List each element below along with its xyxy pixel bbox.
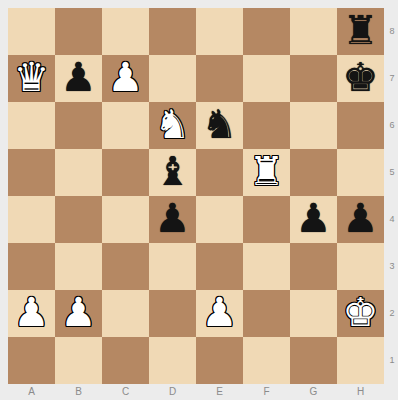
square-f6[interactable] xyxy=(243,102,290,149)
piece-black-rook[interactable]: ♜ xyxy=(337,8,384,55)
file-label-d: D xyxy=(149,385,196,399)
piece-white-pawn[interactable]: ♟ xyxy=(8,290,55,337)
square-c3[interactable] xyxy=(102,243,149,290)
piece-black-pawn[interactable]: ♟ xyxy=(337,196,384,243)
square-a5[interactable] xyxy=(8,149,55,196)
rank-label-3: 3 xyxy=(386,243,398,290)
square-h2[interactable]: ♚ xyxy=(337,290,384,337)
square-c8[interactable] xyxy=(102,8,149,55)
rank-label-1: 1 xyxy=(386,337,398,384)
square-a2[interactable]: ♟ xyxy=(8,290,55,337)
square-g3[interactable] xyxy=(290,243,337,290)
piece-black-pawn[interactable]: ♟ xyxy=(290,196,337,243)
square-g8[interactable] xyxy=(290,8,337,55)
rank-label-5: 5 xyxy=(386,149,398,196)
square-b7[interactable]: ♟ xyxy=(55,55,102,102)
square-b4[interactable] xyxy=(55,196,102,243)
piece-white-rook[interactable]: ♜ xyxy=(243,149,290,196)
square-d1[interactable] xyxy=(149,337,196,384)
square-h5[interactable] xyxy=(337,149,384,196)
square-a6[interactable] xyxy=(8,102,55,149)
square-c4[interactable] xyxy=(102,196,149,243)
rank-label-6: 6 xyxy=(386,102,398,149)
square-a7[interactable]: ♛ xyxy=(8,55,55,102)
file-label-c: C xyxy=(102,385,149,399)
square-d3[interactable] xyxy=(149,243,196,290)
square-a3[interactable] xyxy=(8,243,55,290)
square-g5[interactable] xyxy=(290,149,337,196)
file-label-e: E xyxy=(196,385,243,399)
square-f5[interactable]: ♜ xyxy=(243,149,290,196)
square-d6[interactable]: ♞ xyxy=(149,102,196,149)
square-h3[interactable] xyxy=(337,243,384,290)
square-f7[interactable] xyxy=(243,55,290,102)
piece-black-pawn[interactable]: ♟ xyxy=(149,196,196,243)
square-e4[interactable] xyxy=(196,196,243,243)
square-c6[interactable] xyxy=(102,102,149,149)
square-g4[interactable]: ♟ xyxy=(290,196,337,243)
piece-black-knight[interactable]: ♞ xyxy=(196,102,243,149)
square-d4[interactable]: ♟ xyxy=(149,196,196,243)
square-h4[interactable]: ♟ xyxy=(337,196,384,243)
square-g7[interactable] xyxy=(290,55,337,102)
chess-board: ♜♛♟♟♚♞♞♝♜♟♟♟♟♟♟♚ xyxy=(8,8,384,384)
square-b5[interactable] xyxy=(55,149,102,196)
square-b3[interactable] xyxy=(55,243,102,290)
piece-white-pawn[interactable]: ♟ xyxy=(55,290,102,337)
square-d5[interactable]: ♝ xyxy=(149,149,196,196)
square-e8[interactable] xyxy=(196,8,243,55)
piece-white-pawn[interactable]: ♟ xyxy=(196,290,243,337)
rank-label-7: 7 xyxy=(386,55,398,102)
square-f1[interactable] xyxy=(243,337,290,384)
square-h1[interactable] xyxy=(337,337,384,384)
square-e7[interactable] xyxy=(196,55,243,102)
square-f3[interactable] xyxy=(243,243,290,290)
square-g1[interactable] xyxy=(290,337,337,384)
square-a8[interactable] xyxy=(8,8,55,55)
piece-black-king[interactable]: ♚ xyxy=(337,55,384,102)
square-b2[interactable]: ♟ xyxy=(55,290,102,337)
piece-white-queen[interactable]: ♛ xyxy=(8,55,55,102)
file-label-h: H xyxy=(337,385,384,399)
square-e5[interactable] xyxy=(196,149,243,196)
square-h8[interactable]: ♜ xyxy=(337,8,384,55)
rank-label-8: 8 xyxy=(386,8,398,55)
square-f2[interactable] xyxy=(243,290,290,337)
square-d2[interactable] xyxy=(149,290,196,337)
square-c1[interactable] xyxy=(102,337,149,384)
square-a1[interactable] xyxy=(8,337,55,384)
square-c2[interactable] xyxy=(102,290,149,337)
square-b6[interactable] xyxy=(55,102,102,149)
piece-white-knight[interactable]: ♞ xyxy=(149,102,196,149)
square-g6[interactable] xyxy=(290,102,337,149)
square-c5[interactable] xyxy=(102,149,149,196)
square-b8[interactable] xyxy=(55,8,102,55)
square-f4[interactable] xyxy=(243,196,290,243)
rank-label-2: 2 xyxy=(386,290,398,337)
square-a4[interactable] xyxy=(8,196,55,243)
piece-white-king[interactable]: ♚ xyxy=(337,290,384,337)
square-f8[interactable] xyxy=(243,8,290,55)
file-label-b: B xyxy=(55,385,102,399)
square-c7[interactable]: ♟ xyxy=(102,55,149,102)
square-g2[interactable] xyxy=(290,290,337,337)
piece-black-pawn[interactable]: ♟ xyxy=(55,55,102,102)
square-h6[interactable] xyxy=(337,102,384,149)
square-e6[interactable]: ♞ xyxy=(196,102,243,149)
file-label-g: G xyxy=(290,385,337,399)
square-d7[interactable] xyxy=(149,55,196,102)
square-d8[interactable] xyxy=(149,8,196,55)
square-e1[interactable] xyxy=(196,337,243,384)
square-e3[interactable] xyxy=(196,243,243,290)
file-label-a: A xyxy=(8,385,55,399)
file-label-f: F xyxy=(243,385,290,399)
square-b1[interactable] xyxy=(55,337,102,384)
rank-label-4: 4 xyxy=(386,196,398,243)
piece-black-bishop[interactable]: ♝ xyxy=(149,149,196,196)
square-e2[interactable]: ♟ xyxy=(196,290,243,337)
square-h7[interactable]: ♚ xyxy=(337,55,384,102)
piece-white-pawn[interactable]: ♟ xyxy=(102,55,149,102)
